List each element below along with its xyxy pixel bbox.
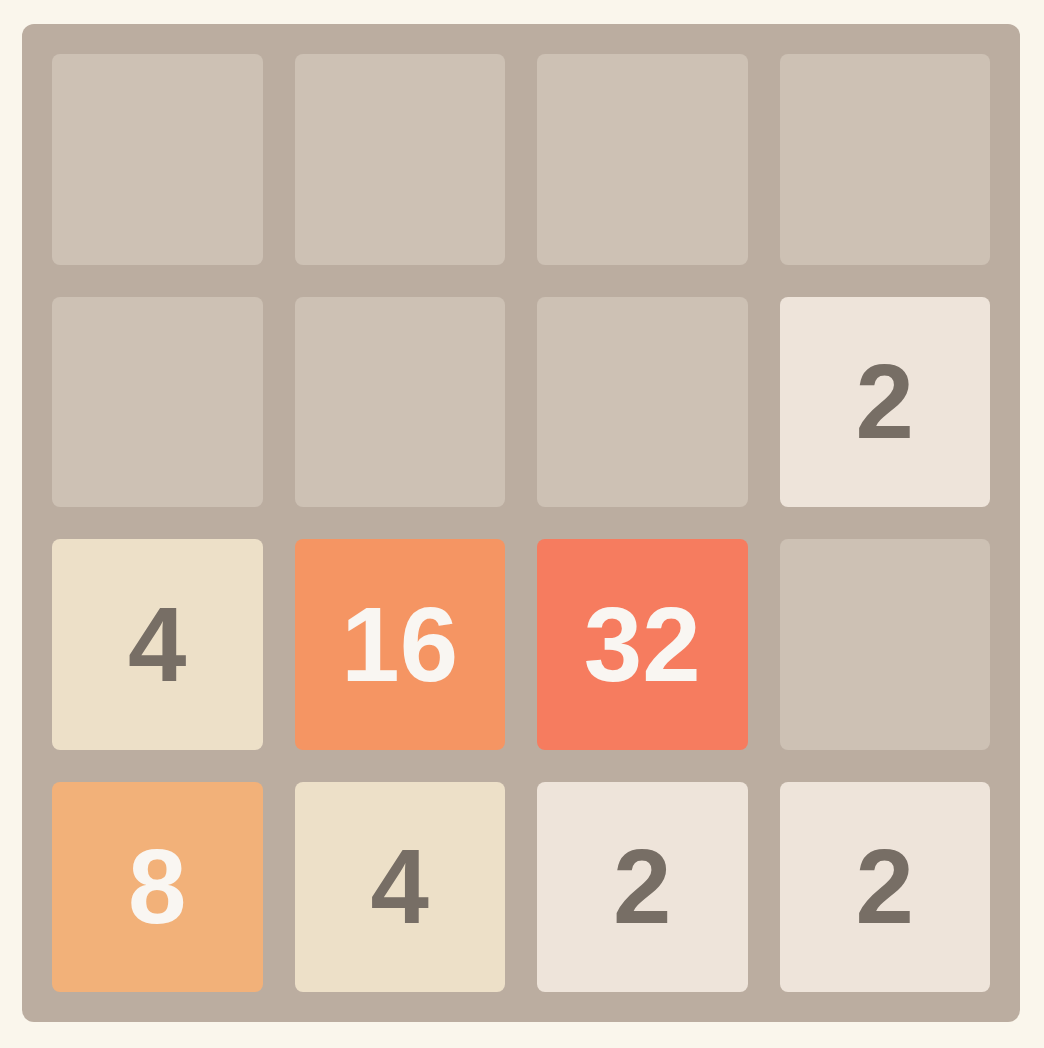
tile-16-r2-c1: 16 <box>295 539 506 750</box>
empty-cell-r0-c0 <box>52 54 263 265</box>
tile-4-r3-c1: 4 <box>295 782 506 993</box>
empty-cell-r1-c0 <box>52 297 263 508</box>
tile-32-r2-c2: 32 <box>537 539 748 750</box>
empty-cell-r0-c1 <box>295 54 506 265</box>
empty-cell-r1-c2 <box>537 297 748 508</box>
tile-2-r3-c3: 2 <box>780 782 991 993</box>
tile-4-r2-c0: 4 <box>52 539 263 750</box>
empty-cell-r0-c3 <box>780 54 991 265</box>
tile-2-r3-c2: 2 <box>537 782 748 993</box>
empty-cell-r0-c2 <box>537 54 748 265</box>
empty-cell-r2-c3 <box>780 539 991 750</box>
tile-2-r1-c3: 2 <box>780 297 991 508</box>
tile-8-r3-c0: 8 <box>52 782 263 993</box>
game-board[interactable]: 2416328422 <box>22 24 1020 1022</box>
empty-cell-r1-c1 <box>295 297 506 508</box>
